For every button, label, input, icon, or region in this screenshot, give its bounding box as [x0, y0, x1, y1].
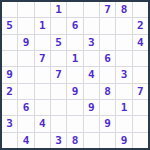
given-digit: 9: [6, 69, 13, 80]
cell-r9c1[interactable]: [2, 133, 17, 148]
cell-r3c8[interactable]: [116, 35, 131, 50]
cell-r5c9[interactable]: [133, 67, 148, 82]
given-digit: 1: [121, 102, 128, 113]
cell-r8c5[interactable]: [67, 116, 82, 131]
cell-r9c9[interactable]: [133, 133, 148, 148]
cell-r4c4[interactable]: [51, 51, 66, 66]
given-digit: 1: [55, 4, 62, 15]
cell-r8c7[interactable]: 9: [100, 116, 115, 131]
given-digit: 4: [39, 118, 46, 129]
cell-r4c1[interactable]: [2, 51, 17, 66]
cell-r8c9[interactable]: [133, 116, 148, 131]
given-digit: 4: [23, 135, 30, 146]
cell-r5c3[interactable]: [35, 67, 50, 82]
cell-r6c2[interactable]: [18, 84, 33, 99]
given-digit: 1: [39, 20, 46, 31]
cell-r8c1[interactable]: 3: [2, 116, 17, 131]
cell-r9c3[interactable]: [35, 133, 50, 148]
given-digit: 7: [104, 4, 111, 15]
cell-r5c6[interactable]: 4: [84, 67, 99, 82]
cell-r8c2[interactable]: [18, 116, 33, 131]
cell-r3c4[interactable]: 5: [51, 35, 66, 50]
cell-r2c3[interactable]: 1: [35, 18, 50, 33]
cell-r7c8[interactable]: 1: [116, 100, 131, 115]
cell-r3c9[interactable]: 4: [133, 35, 148, 50]
cell-r4c6[interactable]: [84, 51, 99, 66]
cell-r6c5[interactable]: 9: [67, 84, 82, 99]
cell-r2c4[interactable]: [51, 18, 66, 33]
cell-r8c3[interactable]: 4: [35, 116, 50, 131]
cell-r1c5[interactable]: [67, 2, 82, 17]
cell-r9c4[interactable]: 3: [51, 133, 66, 148]
cell-r7c2[interactable]: 6: [18, 100, 33, 115]
cell-r5c8[interactable]: 3: [116, 67, 131, 82]
given-digit: 9: [121, 135, 128, 146]
cell-r2c7[interactable]: [100, 18, 115, 33]
cell-r6c9[interactable]: 7: [133, 84, 148, 99]
given-digit: 9: [72, 86, 79, 97]
cell-r7c7[interactable]: [100, 100, 115, 115]
given-digit: 9: [88, 102, 95, 113]
cell-r1c3[interactable]: [35, 2, 50, 17]
cell-r4c2[interactable]: [18, 51, 33, 66]
cell-r6c4[interactable]: [51, 84, 66, 99]
cell-r5c2[interactable]: [18, 67, 33, 82]
cell-r1c6[interactable]: [84, 2, 99, 17]
cell-r9c7[interactable]: [100, 133, 115, 148]
cell-r4c3[interactable]: 7: [35, 51, 50, 66]
given-digit: 4: [88, 69, 95, 80]
given-digit: 7: [55, 69, 62, 80]
given-digit: 2: [6, 86, 13, 97]
cell-r6c1[interactable]: 2: [2, 84, 17, 99]
cell-r9c5[interactable]: 8: [67, 133, 82, 148]
cell-r2c2[interactable]: [18, 18, 33, 33]
cell-r3c6[interactable]: 3: [84, 35, 99, 50]
cell-r3c3[interactable]: [35, 35, 50, 50]
cell-r4c8[interactable]: [116, 51, 131, 66]
cell-r4c5[interactable]: 1: [67, 51, 82, 66]
given-digit: 2: [137, 20, 144, 31]
cell-r6c7[interactable]: 8: [100, 84, 115, 99]
cell-r1c2[interactable]: [18, 2, 33, 17]
cell-r7c1[interactable]: [2, 100, 17, 115]
cell-r2c5[interactable]: 6: [67, 18, 82, 33]
cell-r9c8[interactable]: 9: [116, 133, 131, 148]
cell-r6c8[interactable]: [116, 84, 131, 99]
given-digit: 7: [137, 86, 144, 97]
cell-r8c4[interactable]: [51, 116, 66, 131]
cell-r8c8[interactable]: [116, 116, 131, 131]
given-digit: 3: [6, 118, 13, 129]
cell-r6c3[interactable]: [35, 84, 50, 99]
cell-r7c6[interactable]: 9: [84, 100, 99, 115]
cell-r1c4[interactable]: 1: [51, 2, 66, 17]
given-digit: 3: [121, 69, 128, 80]
cell-r2c6[interactable]: [84, 18, 99, 33]
cell-r7c9[interactable]: [133, 100, 148, 115]
cell-r7c5[interactable]: [67, 100, 82, 115]
given-digit: 8: [72, 135, 79, 146]
given-digit: 5: [55, 37, 62, 48]
cell-r1c7[interactable]: 7: [100, 2, 115, 17]
given-digit: 6: [23, 102, 30, 113]
cell-r2c8[interactable]: [116, 18, 131, 33]
cell-r1c1[interactable]: [2, 2, 17, 17]
cell-r3c5[interactable]: [67, 35, 82, 50]
given-digit: 9: [104, 118, 111, 129]
cell-r2c1[interactable]: 5: [2, 18, 17, 33]
cell-r3c1[interactable]: [2, 35, 17, 50]
given-digit: 6: [72, 20, 79, 31]
cell-r7c4[interactable]: [51, 100, 66, 115]
cell-r5c5[interactable]: [67, 67, 82, 82]
cell-r1c9[interactable]: [133, 2, 148, 17]
cell-r5c4[interactable]: 7: [51, 67, 66, 82]
cell-r4c9[interactable]: [133, 51, 148, 66]
given-digit: 1: [72, 53, 79, 64]
cell-r6c6[interactable]: [84, 84, 99, 99]
given-digit: 4: [137, 37, 144, 48]
given-digit: 9: [23, 37, 30, 48]
cell-r3c2[interactable]: 9: [18, 35, 33, 50]
cell-r5c1[interactable]: 9: [2, 67, 17, 82]
cell-r9c2[interactable]: 4: [18, 133, 33, 148]
given-digit: 8: [121, 4, 128, 15]
cell-r2c9[interactable]: 2: [133, 18, 148, 33]
cell-r3c7[interactable]: [100, 35, 115, 50]
cell-r1c8[interactable]: 8: [116, 2, 131, 17]
given-digit: 8: [104, 86, 111, 97]
cell-r7c3[interactable]: [35, 100, 50, 115]
cell-r8c6[interactable]: [84, 116, 99, 131]
cell-r9c6[interactable]: [84, 133, 99, 148]
given-digit: 3: [88, 37, 95, 48]
cell-r5c7[interactable]: [100, 67, 115, 82]
given-digit: 3: [55, 135, 62, 146]
cell-r4c7[interactable]: 6: [100, 51, 115, 66]
sudoku-board: 17851629534716974329876913494389: [0, 0, 150, 150]
given-digit: 5: [6, 20, 13, 31]
given-digit: 7: [39, 53, 46, 64]
given-digit: 6: [104, 53, 111, 64]
